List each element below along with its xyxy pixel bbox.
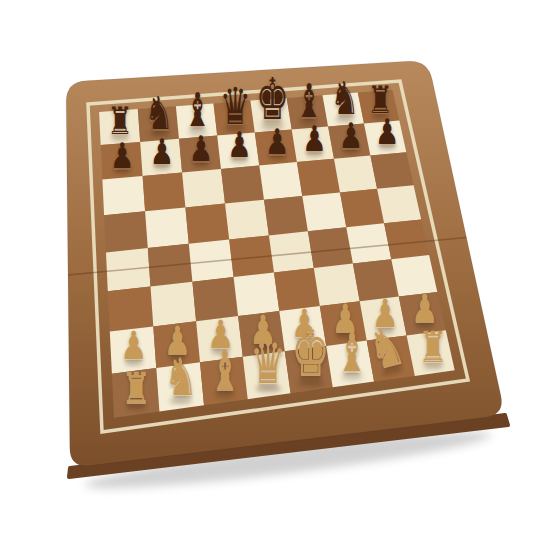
piece-white-rook[interactable]: ♜ bbox=[418, 325, 448, 368]
square-e6[interactable] bbox=[259, 162, 302, 200]
square-d6[interactable] bbox=[221, 166, 264, 204]
square-b5[interactable] bbox=[145, 207, 189, 248]
piece-black-pawn[interactable]: ♟ bbox=[375, 115, 399, 150]
chess-photo: ♜♞♝♛♚♝♞♜♟♟♟♟♟♟♟♟♟♟♟♟♟♟♟♟♜♞♝♛♚♝♞♜ bbox=[0, 0, 533, 533]
square-g4[interactable] bbox=[346, 223, 391, 263]
piece-white-queen[interactable]: ♛ bbox=[250, 333, 286, 392]
piece-white-rook[interactable]: ♜ bbox=[121, 366, 151, 409]
piece-black-pawn[interactable]: ♟ bbox=[189, 131, 213, 166]
piece-black-bishop[interactable]: ♝ bbox=[184, 87, 212, 134]
piece-white-bishop[interactable]: ♝ bbox=[209, 344, 241, 398]
piece-black-king[interactable]: ♚ bbox=[256, 71, 289, 128]
piece-black-knight[interactable]: ♞ bbox=[144, 91, 173, 137]
square-a6[interactable] bbox=[102, 176, 145, 215]
piece-white-bishop[interactable]: ♝ bbox=[336, 326, 368, 380]
square-c6[interactable] bbox=[182, 169, 225, 208]
piece-white-pawn[interactable]: ♟ bbox=[120, 326, 147, 365]
square-h4[interactable] bbox=[384, 219, 429, 259]
piece-black-pawn[interactable]: ♟ bbox=[339, 118, 363, 153]
square-e5[interactable] bbox=[264, 196, 308, 235]
square-h5[interactable] bbox=[377, 185, 421, 223]
square-d5[interactable] bbox=[225, 200, 269, 240]
square-b6[interactable] bbox=[143, 172, 186, 211]
square-f4[interactable] bbox=[308, 227, 353, 268]
piece-black-bishop[interactable]: ♝ bbox=[295, 78, 323, 125]
piece-black-pawn[interactable]: ♟ bbox=[110, 138, 134, 173]
piece-black-queen[interactable]: ♛ bbox=[219, 80, 251, 131]
piece-black-rook[interactable]: ♜ bbox=[107, 102, 133, 140]
square-a5[interactable] bbox=[104, 211, 148, 252]
square-g5[interactable] bbox=[340, 189, 384, 228]
piece-white-king[interactable]: ♚ bbox=[291, 320, 329, 386]
piece-black-pawn[interactable]: ♟ bbox=[227, 128, 251, 163]
piece-black-pawn[interactable]: ♟ bbox=[150, 135, 174, 170]
piece-black-pawn[interactable]: ♟ bbox=[302, 121, 326, 156]
square-f6[interactable] bbox=[297, 159, 340, 196]
square-f5[interactable] bbox=[302, 192, 346, 231]
square-g6[interactable] bbox=[334, 156, 377, 193]
square-h6[interactable] bbox=[370, 152, 413, 189]
square-c5[interactable] bbox=[185, 204, 229, 244]
piece-white-knight[interactable]: ♞ bbox=[164, 351, 198, 403]
piece-black-pawn[interactable]: ♟ bbox=[265, 124, 289, 159]
